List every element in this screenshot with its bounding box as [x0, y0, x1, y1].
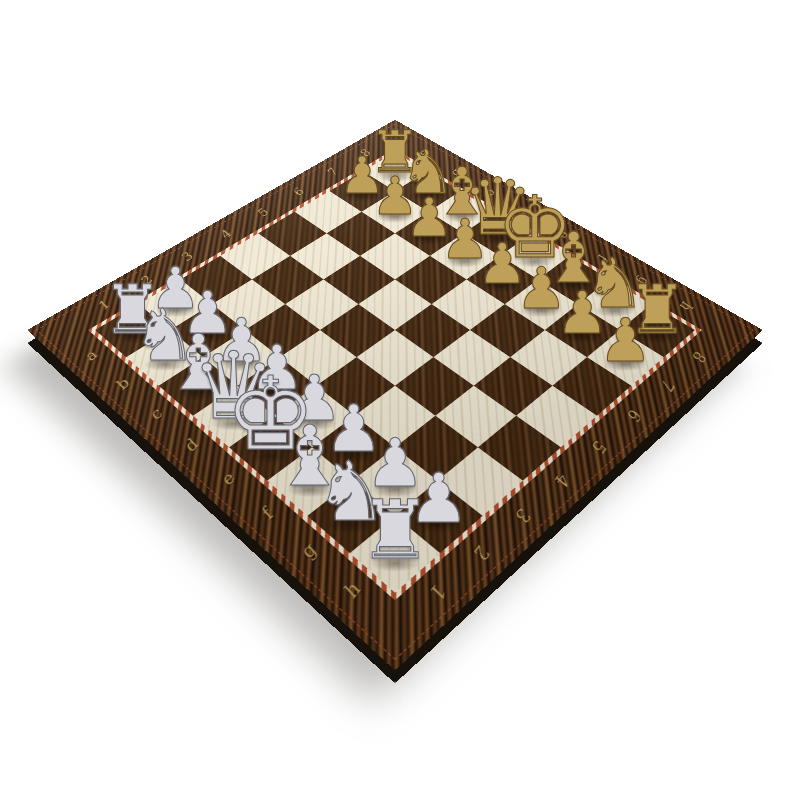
black-pawn-glyph: ♟ [598, 310, 652, 370]
pieces-overlay: ♜♞♝♛♚♝♞♜♟♟♟♟♟♟♟♟♟♟♟♟♟♟♟♟♜♞♝♛♚♝♞♜ [0, 0, 800, 800]
white-rook-glyph: ♜ [359, 490, 432, 571]
photo-stage: 1122334455667788aabbccddeeffgghh ♜♞♝♛♚♝♞… [0, 0, 800, 800]
